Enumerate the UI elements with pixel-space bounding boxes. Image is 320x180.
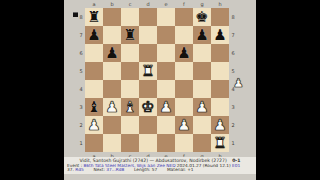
rank-label-7: 7 (78, 26, 84, 44)
white-bishop: ♝ (123, 98, 136, 116)
black-pawn: ♟ (105, 44, 118, 62)
file-labels-top: abcdefgh (85, 1, 229, 7)
square-g5[interactable] (193, 62, 211, 80)
next-move: 37...Rd8 (106, 168, 124, 172)
material-value: +1 (187, 168, 193, 172)
square-h5[interactable] (211, 62, 229, 80)
square-f5[interactable] (175, 62, 193, 80)
black-pawn: ♟ (177, 44, 190, 62)
square-c4[interactable] (121, 80, 139, 98)
square-a3[interactable]: ♝ (85, 98, 103, 116)
black-player-name: Abdusattorov, Nodirbek (2727) (155, 158, 226, 163)
video-frame: abcdefgh 87654321 ♜♚♟♜♟♟♟♟♜♝♟♝♚♟♟♟♟♟♜ 87… (0, 0, 320, 180)
square-d6[interactable] (139, 44, 157, 62)
game-result: 0-1 (232, 158, 240, 163)
file-label-c: c (121, 1, 139, 7)
white-pawn: ♟ (195, 98, 208, 116)
white-player-name: Vidit, Santosh Gujrathi (2742) (80, 158, 148, 163)
black-bishop: ♝ (87, 98, 100, 116)
square-f3[interactable] (175, 98, 193, 116)
square-d1[interactable] (139, 134, 157, 152)
square-f6[interactable]: ♟ (175, 44, 193, 62)
white-pawn: ♟ (159, 98, 172, 116)
square-a5[interactable] (85, 62, 103, 80)
rank-label-5: 5 (78, 62, 84, 80)
square-c2[interactable] (121, 116, 139, 134)
black-rook: ♜ (123, 26, 136, 44)
current-move-san: Rd5 (75, 168, 83, 172)
square-b5[interactable] (103, 62, 121, 80)
square-h2[interactable]: ♟ (211, 116, 229, 134)
move-status-line: 37. Rd5 Next: 37...Rd8 Length: 57 Materi… (64, 168, 256, 173)
file-label-a: a (85, 1, 103, 7)
length-value: 57 (152, 168, 157, 172)
material-label: Material: (167, 168, 186, 172)
chess-gui-panel: abcdefgh 87654321 ♜♚♟♜♟♟♟♟♜♝♟♝♚♟♟♟♟♟♜ 87… (64, 0, 256, 180)
square-c6[interactable] (121, 44, 139, 62)
square-g2[interactable] (193, 116, 211, 134)
square-e2[interactable] (157, 116, 175, 134)
square-d2[interactable] (139, 116, 157, 134)
square-d8[interactable] (139, 8, 157, 26)
square-h4[interactable] (211, 80, 229, 98)
game-caption: Vidit, Santosh Gujrathi (2742) — Abdusat… (64, 157, 256, 174)
square-a8[interactable]: ♜ (85, 8, 103, 26)
rank-label-1: 1 (230, 134, 236, 152)
rank-label-1: 1 (78, 134, 84, 152)
event-label: Event : (67, 164, 82, 168)
file-label-f: f (175, 1, 193, 7)
white-rook: ♜ (141, 62, 154, 80)
square-h1[interactable]: ♜ (211, 134, 229, 152)
white-pawn: ♟ (177, 116, 190, 134)
rank-label-8: 8 (78, 8, 84, 26)
file-label-h: h (211, 1, 229, 7)
letterbox-right (256, 0, 320, 180)
rank-labels-left: 87654321 (78, 8, 84, 152)
white-pawn: ♟ (105, 98, 118, 116)
square-c5[interactable] (121, 62, 139, 80)
players-separator: — (149, 158, 154, 163)
square-a1[interactable] (85, 134, 103, 152)
square-c3[interactable]: ♝ (121, 98, 139, 116)
square-e8[interactable] (157, 8, 175, 26)
square-a4[interactable] (85, 80, 103, 98)
square-c1[interactable] (121, 134, 139, 152)
rank-label-6: 6 (230, 44, 236, 62)
square-c7[interactable]: ♜ (121, 26, 139, 44)
square-h8[interactable] (211, 8, 229, 26)
white-rook: ♜ (213, 134, 226, 152)
square-b1[interactable] (103, 134, 121, 152)
square-b3[interactable]: ♟ (103, 98, 121, 116)
white-pawn: ♟ (213, 116, 226, 134)
square-a2[interactable]: ♟ (85, 116, 103, 134)
square-e5[interactable] (157, 62, 175, 80)
square-c8[interactable] (121, 8, 139, 26)
square-b7[interactable] (103, 26, 121, 44)
rank-label-2: 2 (78, 116, 84, 134)
square-e4[interactable] (157, 80, 175, 98)
square-g3[interactable]: ♟ (193, 98, 211, 116)
square-h3[interactable] (211, 98, 229, 116)
square-f7[interactable] (175, 26, 193, 44)
event-date: 2024.01.27 (Round 12.1) (177, 164, 231, 168)
square-d4[interactable] (139, 80, 157, 98)
black-pawn: ♟ (87, 26, 100, 44)
square-b2[interactable] (103, 116, 121, 134)
square-g7[interactable]: ♟ (193, 26, 211, 44)
current-move-number: 37. (67, 168, 74, 172)
rank-label-8: 8 (230, 8, 236, 26)
rank-label-2: 2 (230, 116, 236, 134)
square-f4[interactable] (175, 80, 193, 98)
file-label-g: g (193, 1, 211, 7)
square-h6[interactable] (211, 44, 229, 62)
square-d7[interactable] (139, 26, 157, 44)
square-b6[interactable]: ♟ (103, 44, 121, 62)
rank-label-3: 3 (230, 98, 236, 116)
file-label-d: d (139, 1, 157, 7)
square-g1[interactable] (193, 134, 211, 152)
square-d5[interactable]: ♜ (139, 62, 157, 80)
square-a6[interactable] (85, 44, 103, 62)
event-name-link[interactable]: 86th Tata Steel Masters, Wijk aan Zee NE… (84, 164, 176, 168)
rank-label-4: 4 (78, 80, 84, 98)
square-g6[interactable] (193, 44, 211, 62)
square-h7[interactable]: ♟ (211, 26, 229, 44)
next-label: Next: (93, 168, 104, 172)
black-pawn: ♟ (213, 26, 226, 44)
square-d3[interactable]: ♚ (139, 98, 157, 116)
rank-label-3: 3 (78, 98, 84, 116)
square-g4[interactable] (193, 80, 211, 98)
rank-label-7: 7 (230, 26, 236, 44)
square-e3[interactable]: ♟ (157, 98, 175, 116)
square-f1[interactable] (175, 134, 193, 152)
rank-label-6: 6 (78, 44, 84, 62)
length-label: Length: (134, 168, 150, 172)
square-b4[interactable] (103, 80, 121, 98)
square-b8[interactable] (103, 8, 121, 26)
black-rook: ♜ (87, 8, 100, 26)
white-king: ♚ (141, 98, 154, 116)
square-a7[interactable]: ♟ (85, 26, 103, 44)
material-white-pawn-icon: ♟ (233, 76, 244, 90)
eco-code: E01 (232, 164, 240, 168)
black-pawn: ♟ (195, 26, 208, 44)
square-e6[interactable] (157, 44, 175, 62)
file-label-e: e (157, 1, 175, 7)
white-pawn: ♟ (87, 116, 100, 134)
square-g8[interactable]: ♚ (193, 8, 211, 26)
square-f2[interactable]: ♟ (175, 116, 193, 134)
letterbox-left (0, 0, 64, 180)
square-e1[interactable] (157, 134, 175, 152)
file-label-b: b (103, 1, 121, 7)
chess-board: ♜♚♟♜♟♟♟♟♜♝♟♝♚♟♟♟♟♟♜ (85, 8, 229, 152)
square-e7[interactable] (157, 26, 175, 44)
square-f8[interactable] (175, 8, 193, 26)
black-king: ♚ (195, 8, 208, 26)
